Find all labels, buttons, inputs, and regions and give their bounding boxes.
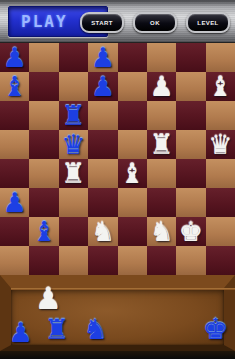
square-e7[interactable] [118, 72, 147, 101]
captured-blue-knight: ♞ [83, 316, 108, 344]
square-e4[interactable]: ♝ [118, 159, 147, 188]
square-f4[interactable] [147, 159, 176, 188]
ok-button[interactable]: OK [133, 12, 177, 33]
square-a6[interactable] [0, 101, 29, 130]
square-e2[interactable] [118, 217, 147, 246]
square-c3[interactable] [59, 188, 88, 217]
white-bishop[interactable]: ♝ [208, 73, 232, 100]
square-c8[interactable] [59, 43, 88, 72]
square-f1[interactable] [147, 246, 176, 275]
white-queen[interactable]: ♛ [208, 131, 232, 158]
square-h4[interactable] [206, 159, 235, 188]
square-b1[interactable] [29, 246, 58, 275]
white-knight[interactable]: ♞ [149, 218, 173, 245]
square-a1[interactable] [0, 246, 29, 275]
chess-board: ♟♟♝♟♟♝♜♛♜♛♜♝♟♝♞♞♚ [0, 43, 235, 275]
lcd-display-text: PLAY [9, 12, 68, 31]
square-d8[interactable]: ♟ [88, 43, 117, 72]
white-rook[interactable]: ♜ [149, 131, 173, 158]
square-b4[interactable] [29, 159, 58, 188]
square-h7[interactable]: ♝ [206, 72, 235, 101]
square-b6[interactable] [29, 101, 58, 130]
square-h3[interactable] [206, 188, 235, 217]
square-g2[interactable]: ♚ [176, 217, 205, 246]
square-h1[interactable] [206, 246, 235, 275]
white-bishop[interactable]: ♝ [120, 160, 144, 187]
blue-pawn[interactable]: ♟ [3, 189, 27, 216]
square-h5[interactable]: ♛ [206, 130, 235, 159]
square-e3[interactable] [118, 188, 147, 217]
square-h2[interactable] [206, 217, 235, 246]
square-c1[interactable] [59, 246, 88, 275]
captured-blue-rook: ♜ [44, 316, 69, 344]
white-knight[interactable]: ♞ [91, 218, 115, 245]
blue-rook[interactable]: ♜ [61, 102, 85, 129]
square-a3[interactable]: ♟ [0, 188, 29, 217]
square-f8[interactable] [147, 43, 176, 72]
square-d1[interactable] [88, 246, 117, 275]
blue-pawn[interactable]: ♟ [91, 73, 115, 100]
square-g3[interactable] [176, 188, 205, 217]
square-b2[interactable]: ♝ [29, 217, 58, 246]
square-d2[interactable]: ♞ [88, 217, 117, 246]
white-king[interactable]: ♚ [179, 218, 203, 245]
square-g7[interactable] [176, 72, 205, 101]
square-e1[interactable] [118, 246, 147, 275]
captured-blue-king: ♚ [203, 315, 229, 344]
square-e6[interactable] [118, 101, 147, 130]
square-g5[interactable] [176, 130, 205, 159]
blue-pawn[interactable]: ♟ [3, 44, 27, 71]
square-g8[interactable] [176, 43, 205, 72]
square-a4[interactable] [0, 159, 29, 188]
bottom-bezel [0, 351, 235, 359]
square-a5[interactable] [0, 130, 29, 159]
square-f2[interactable]: ♞ [147, 217, 176, 246]
square-b3[interactable] [29, 188, 58, 217]
square-c6[interactable]: ♜ [59, 101, 88, 130]
square-c5[interactable]: ♛ [59, 130, 88, 159]
square-a7[interactable]: ♝ [0, 72, 29, 101]
square-f6[interactable] [147, 101, 176, 130]
square-f3[interactable] [147, 188, 176, 217]
button-row: START OK LEVEL [80, 12, 230, 33]
square-d4[interactable] [88, 159, 117, 188]
square-d6[interactable] [88, 101, 117, 130]
top-control-bar: PLAY START OK LEVEL [0, 0, 235, 43]
square-e8[interactable] [118, 43, 147, 72]
start-button[interactable]: START [80, 12, 124, 33]
blue-queen[interactable]: ♛ [61, 131, 85, 158]
blue-bishop[interactable]: ♝ [3, 73, 27, 100]
white-rook[interactable]: ♜ [61, 160, 85, 187]
captured-white-pawn: ♟ [35, 284, 62, 314]
white-pawn[interactable]: ♟ [149, 73, 173, 100]
square-g6[interactable] [176, 101, 205, 130]
square-b8[interactable] [29, 43, 58, 72]
square-h6[interactable] [206, 101, 235, 130]
square-f7[interactable]: ♟ [147, 72, 176, 101]
blue-bishop[interactable]: ♝ [32, 218, 56, 245]
square-d3[interactable] [88, 188, 117, 217]
square-b5[interactable] [29, 130, 58, 159]
square-e5[interactable] [118, 130, 147, 159]
square-c7[interactable] [59, 72, 88, 101]
square-b7[interactable] [29, 72, 58, 101]
captured-blue-pawn: ♟ [9, 319, 33, 346]
chess-app-screen: PLAY START OK LEVEL ♟♟♝♟♟♝♜♛♜♛♜♝♟♝♞♞♚ ♟♟… [0, 0, 235, 359]
square-c2[interactable] [59, 217, 88, 246]
square-h8[interactable] [206, 43, 235, 72]
square-a2[interactable] [0, 217, 29, 246]
square-g1[interactable] [176, 246, 205, 275]
square-c4[interactable]: ♜ [59, 159, 88, 188]
square-g4[interactable] [176, 159, 205, 188]
square-d7[interactable]: ♟ [88, 72, 117, 101]
level-button[interactable]: LEVEL [186, 12, 230, 33]
square-f5[interactable]: ♜ [147, 130, 176, 159]
square-d5[interactable] [88, 130, 117, 159]
blue-pawn[interactable]: ♟ [91, 44, 115, 71]
square-a8[interactable]: ♟ [0, 43, 29, 72]
